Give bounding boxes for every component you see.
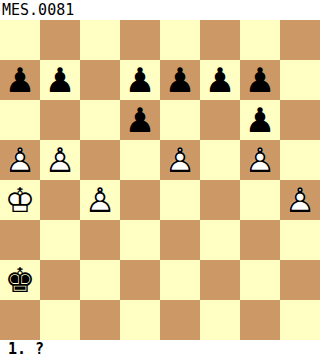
white-pawn: ♟♙ xyxy=(240,140,280,180)
square-c3[interactable] xyxy=(80,220,120,260)
square-a7[interactable]: ♟ xyxy=(0,60,40,100)
square-e5[interactable]: ♟♙ xyxy=(160,140,200,180)
square-g5[interactable]: ♟♙ xyxy=(240,140,280,180)
square-e4[interactable] xyxy=(160,180,200,220)
square-c8[interactable] xyxy=(80,20,120,60)
square-h6[interactable] xyxy=(280,100,320,140)
move-prompt: 1. ? xyxy=(0,340,320,360)
square-e6[interactable] xyxy=(160,100,200,140)
square-a5[interactable]: ♟♙ xyxy=(0,140,40,180)
puzzle-title: MES.0081 xyxy=(0,0,320,20)
square-f1[interactable] xyxy=(200,300,240,340)
square-a1[interactable] xyxy=(0,300,40,340)
black-pawn: ♟ xyxy=(0,60,40,100)
square-e1[interactable] xyxy=(160,300,200,340)
white-pawn: ♟♙ xyxy=(160,140,200,180)
square-g4[interactable] xyxy=(240,180,280,220)
square-f8[interactable] xyxy=(200,20,240,60)
square-b5[interactable]: ♟♙ xyxy=(40,140,80,180)
white-pawn: ♟♙ xyxy=(280,180,320,220)
square-a6[interactable] xyxy=(0,100,40,140)
square-e2[interactable] xyxy=(160,260,200,300)
square-c7[interactable] xyxy=(80,60,120,100)
square-h4[interactable]: ♟♙ xyxy=(280,180,320,220)
square-h1[interactable] xyxy=(280,300,320,340)
black-pawn: ♟ xyxy=(120,100,160,140)
black-pawn: ♟ xyxy=(240,100,280,140)
square-h2[interactable] xyxy=(280,260,320,300)
white-king: ♚♔ xyxy=(0,180,40,220)
white-pawn: ♟♙ xyxy=(80,180,120,220)
square-d2[interactable] xyxy=(120,260,160,300)
black-pawn: ♟ xyxy=(240,60,280,100)
square-g3[interactable] xyxy=(240,220,280,260)
black-pawn: ♟ xyxy=(120,60,160,100)
white-pawn: ♟♙ xyxy=(40,140,80,180)
square-f4[interactable] xyxy=(200,180,240,220)
square-a4[interactable]: ♚♔ xyxy=(0,180,40,220)
square-d8[interactable] xyxy=(120,20,160,60)
square-c4[interactable]: ♟♙ xyxy=(80,180,120,220)
square-h7[interactable] xyxy=(280,60,320,100)
square-d3[interactable] xyxy=(120,220,160,260)
square-f6[interactable] xyxy=(200,100,240,140)
square-a3[interactable] xyxy=(0,220,40,260)
square-f2[interactable] xyxy=(200,260,240,300)
square-b1[interactable] xyxy=(40,300,80,340)
square-d1[interactable] xyxy=(120,300,160,340)
square-g8[interactable] xyxy=(240,20,280,60)
black-king: ♚ xyxy=(0,260,40,300)
square-c5[interactable] xyxy=(80,140,120,180)
square-b7[interactable]: ♟ xyxy=(40,60,80,100)
square-e8[interactable] xyxy=(160,20,200,60)
square-c6[interactable] xyxy=(80,100,120,140)
square-f3[interactable] xyxy=(200,220,240,260)
square-g1[interactable] xyxy=(240,300,280,340)
square-c1[interactable] xyxy=(80,300,120,340)
square-e3[interactable] xyxy=(160,220,200,260)
black-pawn: ♟ xyxy=(160,60,200,100)
square-d7[interactable]: ♟ xyxy=(120,60,160,100)
square-g6[interactable]: ♟ xyxy=(240,100,280,140)
square-g2[interactable] xyxy=(240,260,280,300)
square-a8[interactable] xyxy=(0,20,40,60)
square-h3[interactable] xyxy=(280,220,320,260)
square-b6[interactable] xyxy=(40,100,80,140)
square-b8[interactable] xyxy=(40,20,80,60)
black-pawn: ♟ xyxy=(200,60,240,100)
square-g7[interactable]: ♟ xyxy=(240,60,280,100)
chess-board: ♟♟♟♟♟♟♟♟♟♙♟♙♟♙♟♙♚♔♟♙♟♙♚ xyxy=(0,20,320,340)
square-a2[interactable]: ♚ xyxy=(0,260,40,300)
square-c2[interactable] xyxy=(80,260,120,300)
square-d6[interactable]: ♟ xyxy=(120,100,160,140)
square-b3[interactable] xyxy=(40,220,80,260)
square-d4[interactable] xyxy=(120,180,160,220)
square-b4[interactable] xyxy=(40,180,80,220)
square-e7[interactable]: ♟ xyxy=(160,60,200,100)
square-h8[interactable] xyxy=(280,20,320,60)
square-h5[interactable] xyxy=(280,140,320,180)
black-pawn: ♟ xyxy=(40,60,80,100)
chess-diagram-window: MES.0081 ♟♟♟♟♟♟♟♟♟♙♟♙♟♙♟♙♚♔♟♙♟♙♚ 1. ? xyxy=(0,0,320,360)
white-pawn: ♟♙ xyxy=(0,140,40,180)
square-f5[interactable] xyxy=(200,140,240,180)
square-d5[interactable] xyxy=(120,140,160,180)
square-b2[interactable] xyxy=(40,260,80,300)
square-f7[interactable]: ♟ xyxy=(200,60,240,100)
